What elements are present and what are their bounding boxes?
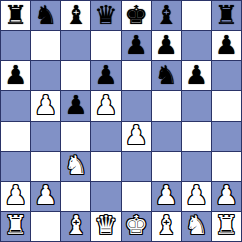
white-pawn[interactable]: ♟	[185, 182, 208, 208]
white-bishop[interactable]: ♝	[155, 212, 178, 238]
square-a6[interactable]: ♟	[1, 61, 30, 90]
white-knight[interactable]: ♞	[64, 152, 87, 178]
black-knight[interactable]: ♞	[155, 62, 178, 88]
square-f7[interactable]: ♟	[152, 31, 181, 60]
black-pawn[interactable]: ♟	[185, 62, 208, 88]
white-rook[interactable]: ♜	[4, 212, 27, 238]
white-pawn[interactable]: ♟	[124, 122, 147, 148]
square-a7[interactable]	[1, 31, 30, 60]
square-h6[interactable]	[212, 61, 241, 90]
square-e1[interactable]: ♚	[122, 212, 151, 241]
black-knight[interactable]: ♞	[34, 2, 57, 28]
white-rook[interactable]: ♜	[215, 212, 238, 238]
square-h4[interactable]	[212, 122, 241, 151]
square-d8[interactable]: ♛	[91, 1, 120, 30]
white-queen[interactable]: ♛	[94, 212, 117, 238]
square-b2[interactable]: ♟	[31, 182, 60, 211]
square-g5[interactable]	[182, 91, 211, 120]
square-e2[interactable]	[122, 182, 151, 211]
white-knight[interactable]: ♞	[185, 212, 208, 238]
square-a2[interactable]: ♟	[1, 182, 30, 211]
square-g6[interactable]: ♟	[182, 61, 211, 90]
black-king[interactable]: ♚	[124, 2, 147, 28]
square-a5[interactable]	[1, 91, 30, 120]
square-c4[interactable]	[61, 122, 90, 151]
square-d5[interactable]: ♟	[91, 91, 120, 120]
square-f4[interactable]	[152, 122, 181, 151]
black-pawn[interactable]: ♟	[94, 62, 117, 88]
square-e7[interactable]: ♟	[122, 31, 151, 60]
black-pawn[interactable]: ♟	[4, 62, 27, 88]
square-a4[interactable]	[1, 122, 30, 151]
square-h2[interactable]: ♟	[212, 182, 241, 211]
black-pawn[interactable]: ♟	[155, 32, 178, 58]
square-g1[interactable]: ♞	[182, 212, 211, 241]
square-b7[interactable]	[31, 31, 60, 60]
chess-board-wrapper: ♜♞♝♛♚♝♜♟♟♟♟♟♞♟♟♟♟♟♞♟♟♟♟♟♜♝♛♚♝♞♜	[0, 0, 242, 242]
square-d7[interactable]	[91, 31, 120, 60]
square-d1[interactable]: ♛	[91, 212, 120, 241]
square-f8[interactable]: ♝	[152, 1, 181, 30]
square-b6[interactable]	[31, 61, 60, 90]
black-queen[interactable]: ♛	[94, 2, 117, 28]
square-b3[interactable]	[31, 152, 60, 181]
white-pawn[interactable]: ♟	[4, 182, 27, 208]
square-b4[interactable]	[31, 122, 60, 151]
square-f1[interactable]: ♝	[152, 212, 181, 241]
square-d2[interactable]	[91, 182, 120, 211]
square-h3[interactable]	[212, 152, 241, 181]
square-g3[interactable]	[182, 152, 211, 181]
square-c7[interactable]	[61, 31, 90, 60]
square-e3[interactable]	[122, 152, 151, 181]
square-e5[interactable]	[122, 91, 151, 120]
square-f2[interactable]: ♟	[152, 182, 181, 211]
square-c6[interactable]	[61, 61, 90, 90]
white-pawn[interactable]: ♟	[215, 182, 238, 208]
white-pawn[interactable]: ♟	[155, 182, 178, 208]
square-e4[interactable]: ♟	[122, 122, 151, 151]
square-d3[interactable]	[91, 152, 120, 181]
square-c2[interactable]	[61, 182, 90, 211]
square-h5[interactable]	[212, 91, 241, 120]
square-b1[interactable]	[31, 212, 60, 241]
square-c5[interactable]: ♟	[61, 91, 90, 120]
black-rook[interactable]: ♜	[215, 2, 238, 28]
square-g2[interactable]: ♟	[182, 182, 211, 211]
white-pawn[interactable]: ♟	[94, 92, 117, 118]
square-f5[interactable]	[152, 91, 181, 120]
square-h1[interactable]: ♜	[212, 212, 241, 241]
square-f3[interactable]	[152, 152, 181, 181]
square-e8[interactable]: ♚	[122, 1, 151, 30]
square-h7[interactable]: ♟	[212, 31, 241, 60]
square-c1[interactable]: ♝	[61, 212, 90, 241]
square-a3[interactable]	[1, 152, 30, 181]
square-c8[interactable]: ♝	[61, 1, 90, 30]
white-pawn[interactable]: ♟	[34, 182, 57, 208]
black-bishop[interactable]: ♝	[155, 2, 178, 28]
square-g4[interactable]	[182, 122, 211, 151]
black-pawn[interactable]: ♟	[215, 32, 238, 58]
white-pawn[interactable]: ♟	[34, 92, 57, 118]
black-rook[interactable]: ♜	[4, 2, 27, 28]
square-g7[interactable]	[182, 31, 211, 60]
square-a8[interactable]: ♜	[1, 1, 30, 30]
square-g8[interactable]	[182, 1, 211, 30]
square-d4[interactable]	[91, 122, 120, 151]
square-c3[interactable]: ♞	[61, 152, 90, 181]
square-b5[interactable]: ♟	[31, 91, 60, 120]
square-a1[interactable]: ♜	[1, 212, 30, 241]
chess-board: ♜♞♝♛♚♝♜♟♟♟♟♟♞♟♟♟♟♟♞♟♟♟♟♟♜♝♛♚♝♞♜	[0, 0, 242, 242]
black-pawn[interactable]: ♟	[64, 92, 87, 118]
black-bishop[interactable]: ♝	[64, 2, 87, 28]
square-e6[interactable]	[122, 61, 151, 90]
square-h8[interactable]: ♜	[212, 1, 241, 30]
square-b8[interactable]: ♞	[31, 1, 60, 30]
black-pawn[interactable]: ♟	[124, 32, 147, 58]
square-d6[interactable]: ♟	[91, 61, 120, 90]
white-king[interactable]: ♚	[124, 212, 147, 238]
square-f6[interactable]: ♞	[152, 61, 181, 90]
white-bishop[interactable]: ♝	[64, 212, 87, 238]
